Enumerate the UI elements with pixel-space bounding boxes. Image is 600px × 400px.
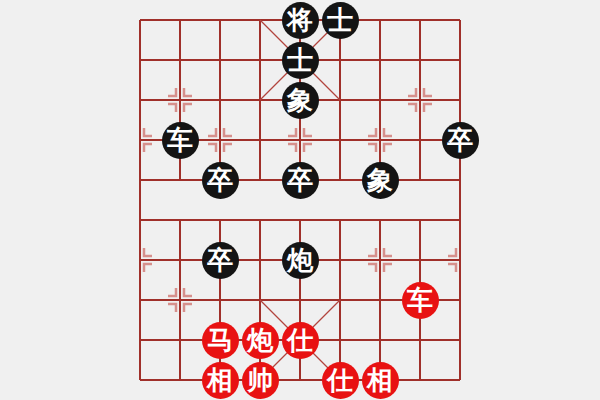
- board-point: 仕: [280, 320, 320, 360]
- board-point: 将: [280, 0, 320, 40]
- piece-black-soldier[interactable]: 卒: [442, 122, 479, 159]
- piece-red-elephant[interactable]: 相: [202, 362, 239, 399]
- board-point: 帅: [240, 360, 280, 400]
- piece-red-advisor[interactable]: 仕: [282, 322, 319, 359]
- piece-red-chariot[interactable]: 车: [402, 282, 439, 319]
- piece-red-advisor[interactable]: 仕: [322, 362, 359, 399]
- board-point: 炮: [280, 240, 320, 280]
- board-point: 卒: [440, 120, 480, 160]
- piece-black-advisor[interactable]: 士: [282, 42, 319, 79]
- board-point: 车: [400, 280, 440, 320]
- board-point: 卒: [200, 240, 240, 280]
- piece-black-elephant[interactable]: 象: [362, 162, 399, 199]
- piece-red-general[interactable]: 帅: [242, 362, 279, 399]
- board-point: 象: [280, 80, 320, 120]
- xiangqi-board[interactable]: 将士士象车卒卒卒象卒炮车马炮仕相帅仕相: [120, 0, 480, 400]
- board-point: 马: [200, 320, 240, 360]
- board-point: 车: [160, 120, 200, 160]
- piece-black-soldier[interactable]: 卒: [202, 242, 239, 279]
- board-point: 卒: [280, 160, 320, 200]
- piece-black-soldier[interactable]: 卒: [202, 162, 239, 199]
- piece-red-cannon[interactable]: 炮: [242, 322, 279, 359]
- piece-black-chariot[interactable]: 车: [162, 122, 199, 159]
- board-point: 象: [360, 160, 400, 200]
- board-point: 士: [320, 0, 360, 40]
- piece-black-cannon[interactable]: 炮: [282, 242, 319, 279]
- app-background: 将士士象车卒卒卒象卒炮车马炮仕相帅仕相: [0, 0, 600, 400]
- board-point: 仕: [320, 360, 360, 400]
- piece-black-general[interactable]: 将: [282, 2, 319, 39]
- board-point: 卒: [200, 160, 240, 200]
- board-point: 士: [280, 40, 320, 80]
- piece-red-horse[interactable]: 马: [202, 322, 239, 359]
- pieces-layer: 将士士象车卒卒卒象卒炮车马炮仕相帅仕相: [120, 0, 480, 400]
- piece-black-soldier[interactable]: 卒: [282, 162, 319, 199]
- piece-black-elephant[interactable]: 象: [282, 82, 319, 119]
- board-point: 相: [200, 360, 240, 400]
- board-point: 炮: [240, 320, 280, 360]
- piece-red-elephant[interactable]: 相: [362, 362, 399, 399]
- piece-black-advisor[interactable]: 士: [322, 2, 359, 39]
- board-point: 相: [360, 360, 400, 400]
